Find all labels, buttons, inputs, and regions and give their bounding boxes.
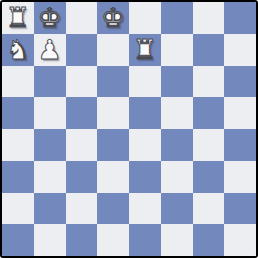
piece-white-rook-a8[interactable]: ♜ xyxy=(6,4,30,31)
square-g6[interactable] xyxy=(193,66,225,98)
square-c3[interactable] xyxy=(66,161,98,193)
square-b5[interactable] xyxy=(34,97,66,129)
piece-white-rook-e7[interactable]: ♜ xyxy=(133,36,157,63)
square-h5[interactable] xyxy=(224,97,256,129)
square-f1[interactable] xyxy=(161,224,193,256)
square-d8[interactable]: ♚ xyxy=(97,2,129,34)
square-h6[interactable] xyxy=(224,66,256,98)
square-e1[interactable] xyxy=(129,224,161,256)
square-b7[interactable]: ♟ xyxy=(34,34,66,66)
square-d6[interactable] xyxy=(97,66,129,98)
square-g1[interactable] xyxy=(193,224,225,256)
square-a1[interactable] xyxy=(2,224,34,256)
square-c8[interactable] xyxy=(66,2,98,34)
square-f8[interactable] xyxy=(161,2,193,34)
square-e5[interactable] xyxy=(129,97,161,129)
square-c4[interactable] xyxy=(66,129,98,161)
square-b8[interactable]: ♚ xyxy=(34,2,66,34)
square-c7[interactable] xyxy=(66,34,98,66)
square-h2[interactable] xyxy=(224,193,256,225)
square-f2[interactable] xyxy=(161,193,193,225)
square-d1[interactable] xyxy=(97,224,129,256)
square-b1[interactable] xyxy=(34,224,66,256)
piece-white-knight-a7[interactable]: ♞ xyxy=(6,36,30,63)
square-a8[interactable]: ♜ xyxy=(2,2,34,34)
square-b3[interactable] xyxy=(34,161,66,193)
square-g4[interactable] xyxy=(193,129,225,161)
square-a2[interactable] xyxy=(2,193,34,225)
square-e2[interactable] xyxy=(129,193,161,225)
square-h3[interactable] xyxy=(224,161,256,193)
square-g8[interactable] xyxy=(193,2,225,34)
square-g3[interactable] xyxy=(193,161,225,193)
piece-white-king-d8[interactable]: ♚ xyxy=(101,4,125,31)
square-d4[interactable] xyxy=(97,129,129,161)
square-c1[interactable] xyxy=(66,224,98,256)
square-a6[interactable] xyxy=(2,66,34,98)
square-a3[interactable] xyxy=(2,161,34,193)
square-f4[interactable] xyxy=(161,129,193,161)
square-d7[interactable] xyxy=(97,34,129,66)
square-d5[interactable] xyxy=(97,97,129,129)
square-c2[interactable] xyxy=(66,193,98,225)
square-f7[interactable] xyxy=(161,34,193,66)
square-a5[interactable] xyxy=(2,97,34,129)
square-c6[interactable] xyxy=(66,66,98,98)
square-h1[interactable] xyxy=(224,224,256,256)
square-f5[interactable] xyxy=(161,97,193,129)
square-e7[interactable]: ♜ xyxy=(129,34,161,66)
square-f3[interactable] xyxy=(161,161,193,193)
piece-white-king-b8[interactable]: ♚ xyxy=(38,4,62,31)
square-g7[interactable] xyxy=(193,34,225,66)
square-b4[interactable] xyxy=(34,129,66,161)
square-d2[interactable] xyxy=(97,193,129,225)
square-b6[interactable] xyxy=(34,66,66,98)
chess-board: ♜♚♚♞♟♜ xyxy=(2,2,256,256)
square-a4[interactable] xyxy=(2,129,34,161)
square-g5[interactable] xyxy=(193,97,225,129)
square-d3[interactable] xyxy=(97,161,129,193)
square-c5[interactable] xyxy=(66,97,98,129)
square-a7[interactable]: ♞ xyxy=(2,34,34,66)
square-b2[interactable] xyxy=(34,193,66,225)
square-h4[interactable] xyxy=(224,129,256,161)
square-h8[interactable] xyxy=(224,2,256,34)
square-e6[interactable] xyxy=(129,66,161,98)
square-e4[interactable] xyxy=(129,129,161,161)
square-g2[interactable] xyxy=(193,193,225,225)
square-e8[interactable] xyxy=(129,2,161,34)
piece-white-pawn-b7[interactable]: ♟ xyxy=(38,36,62,63)
chess-board-frame: ♜♚♚♞♟♜ xyxy=(0,0,258,258)
square-f6[interactable] xyxy=(161,66,193,98)
square-h7[interactable] xyxy=(224,34,256,66)
square-e3[interactable] xyxy=(129,161,161,193)
